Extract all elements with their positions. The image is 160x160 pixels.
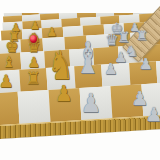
piece-gold-bishop-f1: ♝ bbox=[2, 55, 15, 70]
pieces-layer: ♟♜♚♝♟♟♞♛♟♜♟♞♟♟♜♚♜♞♛♟♟♟♝♟♟♟ bbox=[0, 0, 160, 160]
piece-silver-rook-e7: ♜ bbox=[136, 29, 148, 42]
piece-silver-pawn-g6: ♟ bbox=[139, 57, 152, 72]
piece-silver-bishop-obelisk-g4: ♝ bbox=[76, 36, 100, 80]
queen-jewel-icon bbox=[29, 34, 38, 44]
piece-gold-pawn-d3: ♟ bbox=[47, 26, 58, 38]
piece-gold-rook-g2: ♜ bbox=[25, 70, 40, 87]
piece-silver-pawn-g5: ♟ bbox=[104, 62, 117, 77]
piece-silver-pawn-bust-h4: ♟ bbox=[81, 90, 102, 116]
photo-root: ♟♜♚♝♟♟♞♛♟♜♟♞♟♟♜♚♜♞♛♟♟♟♝♟♟♟ bbox=[0, 0, 160, 160]
piece-gold-knight-anubis-g3: ♞ bbox=[48, 45, 74, 85]
piece-gold-pawn-g1: ♟ bbox=[0, 73, 14, 90]
piece-silver-queen-e5: ♛ bbox=[105, 33, 118, 48]
piece-silver-rook-e6: ♜ bbox=[118, 30, 131, 44]
piece-gold-pawn-bust-h3: ♟ bbox=[55, 83, 73, 105]
piece-silver-pawn-h6: ♟ bbox=[145, 105, 160, 124]
piece-gold-pawn-f2: ♟ bbox=[28, 55, 41, 69]
